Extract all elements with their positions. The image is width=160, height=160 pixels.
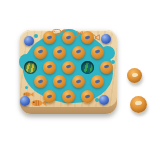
fish-mark — [66, 35, 72, 39]
fish-mark — [47, 94, 53, 98]
fish-mark — [66, 94, 72, 98]
orange-peg[interactable] — [62, 90, 75, 103]
peg-grid — [23, 31, 114, 103]
fish-mark — [135, 101, 142, 107]
loose-orange-peg[interactable] — [130, 96, 147, 113]
fish-mark — [104, 64, 110, 68]
fish-mark — [56, 50, 62, 54]
peg-row — [23, 46, 114, 59]
orange-peg[interactable] — [91, 75, 104, 88]
orange-peg[interactable] — [43, 90, 56, 103]
peg-row — [23, 31, 114, 44]
orange-peg[interactable] — [34, 75, 47, 88]
photo-stage — [0, 0, 160, 160]
orange-peg[interactable] — [62, 31, 75, 44]
orange-peg[interactable] — [100, 61, 113, 74]
orange-peg[interactable] — [62, 61, 75, 74]
game-board — [20, 30, 117, 107]
peg-row — [23, 90, 114, 103]
orange-peg[interactable] — [34, 46, 47, 59]
fish-mark — [37, 79, 43, 83]
orange-peg[interactable] — [72, 75, 85, 88]
orange-peg[interactable] — [81, 90, 94, 103]
fish-mark — [75, 79, 81, 83]
hole-yellow-green-stripes[interactable] — [24, 61, 37, 74]
fish-mark — [94, 50, 100, 54]
fish-mark — [131, 72, 138, 77]
peg-row — [23, 61, 114, 74]
fish-mark — [56, 79, 62, 83]
fish-mark — [47, 64, 53, 68]
orange-peg[interactable] — [43, 61, 56, 74]
fish-mark — [47, 35, 53, 39]
orange-peg[interactable] — [72, 46, 85, 59]
orange-peg[interactable] — [81, 31, 94, 44]
orange-peg[interactable] — [53, 46, 66, 59]
hole-green-stripes[interactable] — [81, 61, 94, 74]
loose-orange-peg[interactable] — [127, 68, 142, 83]
fish-mark — [37, 50, 43, 54]
orange-peg[interactable] — [53, 75, 66, 88]
fish-mark — [85, 94, 91, 98]
fish-mark — [75, 50, 81, 54]
orange-peg[interactable] — [43, 31, 56, 44]
fish-mark — [85, 35, 91, 39]
fish-mark — [94, 79, 100, 83]
peg-row — [23, 75, 114, 88]
orange-peg[interactable] — [91, 46, 104, 59]
fish-mark — [66, 64, 72, 68]
